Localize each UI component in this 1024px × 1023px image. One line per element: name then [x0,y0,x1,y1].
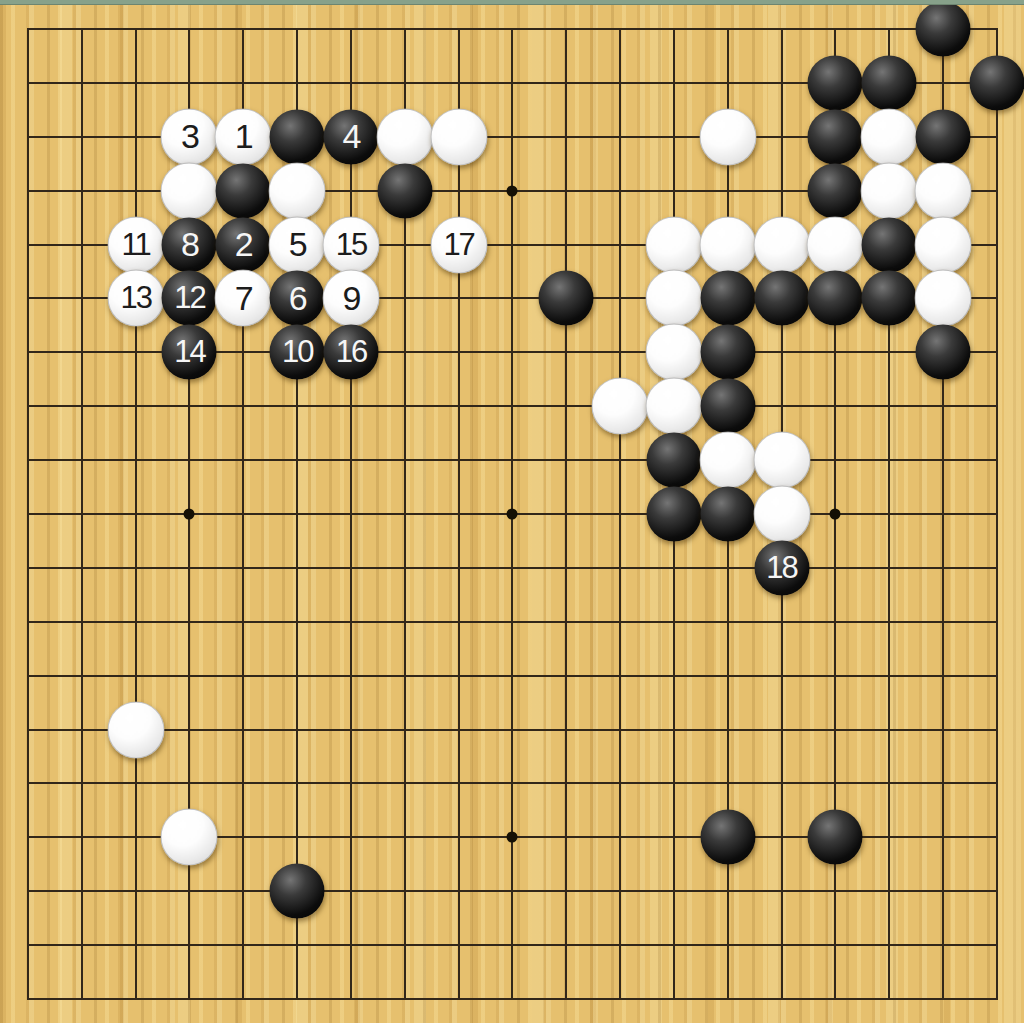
black-stone [700,271,755,326]
black-stone [700,379,755,434]
black-stone [969,55,1024,110]
black-stone [862,55,917,110]
move-number: 1 [235,119,252,155]
white-stone [807,216,864,273]
move-number: 8 [181,227,198,263]
black-stone: 10 [270,325,325,380]
white-stone [861,162,918,219]
grid-line-horizontal [27,782,998,784]
black-stone: 14 [162,325,217,380]
star-point [507,185,518,196]
black-stone [808,109,863,164]
move-number: 18 [766,551,796,584]
white-stone [592,378,649,435]
black-stone [916,2,971,57]
white-stone [753,432,810,489]
grid-line-horizontal [27,621,998,623]
grid-line-horizontal [27,567,998,569]
black-stone [808,163,863,218]
white-stone [915,162,972,219]
move-number: 10 [282,336,312,369]
black-stone: 16 [323,325,378,380]
white-stone [915,216,972,273]
move-number: 7 [235,280,252,316]
grid-line-vertical [619,28,621,1000]
black-stone: 8 [162,217,217,272]
white-stone [161,809,218,866]
star-point [507,509,518,520]
move-number: 6 [289,280,306,316]
move-number: 9 [343,280,360,316]
star-point [830,509,841,520]
grid-line-horizontal [27,944,998,946]
black-stone [377,163,432,218]
white-stone [861,108,918,165]
white-stone: 9 [322,270,379,327]
move-number: 16 [336,336,366,369]
move-number: 5 [289,227,306,263]
black-stone [916,109,971,164]
white-stone [376,108,433,165]
black-stone: 6 [270,271,325,326]
move-number: 17 [443,228,473,261]
white-stone [645,216,702,273]
move-number: 2 [235,227,252,263]
white-stone: 5 [269,216,326,273]
black-stone: 12 [162,271,217,326]
grid-line-horizontal [27,675,998,677]
white-stone: 3 [161,108,218,165]
move-number: 15 [336,228,366,261]
move-number: 11 [122,228,150,261]
move-number: 3 [181,119,198,155]
grid-line-vertical [565,28,567,1000]
grid-line-horizontal [27,998,998,1000]
black-stone [270,864,325,919]
move-number: 4 [343,119,360,155]
white-stone [753,216,810,273]
black-stone [700,810,755,865]
black-stone [916,325,971,380]
white-stone [699,432,756,489]
white-stone: 7 [215,270,272,327]
go-board[interactable]: 314118251517131276914101618 [0,0,1024,1023]
white-stone [699,108,756,165]
black-stone [539,271,594,326]
white-stone [645,270,702,327]
grid-line-horizontal [27,729,998,731]
white-stone: 11 [107,216,164,273]
black-stone [808,810,863,865]
black-stone: 2 [216,217,271,272]
black-stone [862,217,917,272]
go-app-screen: 314118251517131276914101618 [0,0,1024,1023]
white-stone [915,270,972,327]
white-stone [161,162,218,219]
black-stone [646,433,701,488]
white-stone [753,486,810,543]
white-stone [699,216,756,273]
grid-line-vertical [996,28,998,1000]
white-stone [107,701,164,758]
white-stone: 13 [107,270,164,327]
black-stone [216,163,271,218]
white-stone: 17 [430,216,487,273]
white-stone: 15 [322,216,379,273]
white-stone [269,162,326,219]
black-stone [700,325,755,380]
star-point [184,509,195,520]
white-stone: 1 [215,108,272,165]
black-stone: 18 [754,540,809,595]
top-bar [0,0,1024,5]
white-stone [645,324,702,381]
move-number: 13 [120,282,150,315]
black-stone [646,487,701,542]
black-stone [270,109,325,164]
star-point [507,832,518,843]
black-stone [808,271,863,326]
move-number: 14 [174,336,204,369]
grid-line-horizontal [27,890,998,892]
black-stone: 4 [323,109,378,164]
move-number: 12 [174,282,204,315]
white-stone [430,108,487,165]
black-stone [862,271,917,326]
black-stone [808,55,863,110]
black-stone [700,487,755,542]
black-stone [754,271,809,326]
white-stone [645,378,702,435]
